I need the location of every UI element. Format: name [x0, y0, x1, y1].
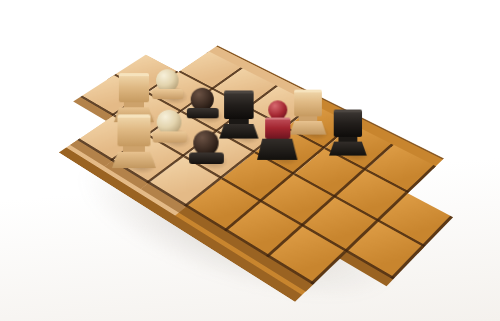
piece-ball [193, 130, 218, 155]
anchor-cube [265, 117, 290, 138]
piece-black-round[interactable] [183, 90, 229, 164]
piece-ball [157, 109, 182, 134]
anchor-ball [268, 100, 287, 119]
pushfight-photo-scene [0, 0, 500, 321]
piece-cube [334, 109, 362, 136]
piece-black-pusher[interactable] [327, 89, 369, 155]
piece-neck [299, 116, 317, 121]
piece-black-pusher-anchored[interactable] [255, 89, 299, 160]
piece-plinth [112, 151, 156, 168]
piece-cube [117, 114, 150, 146]
piece-neck [338, 136, 357, 141]
piece-natural-pusher[interactable] [110, 91, 158, 168]
piece-plinth [257, 138, 297, 159]
pushfight-board [45, 35, 481, 314]
piece-tile [189, 152, 224, 164]
camera-stage [0, 0, 500, 321]
piece-plinth [329, 141, 367, 155]
piece-neck [229, 119, 249, 124]
piece-neck [123, 146, 145, 152]
